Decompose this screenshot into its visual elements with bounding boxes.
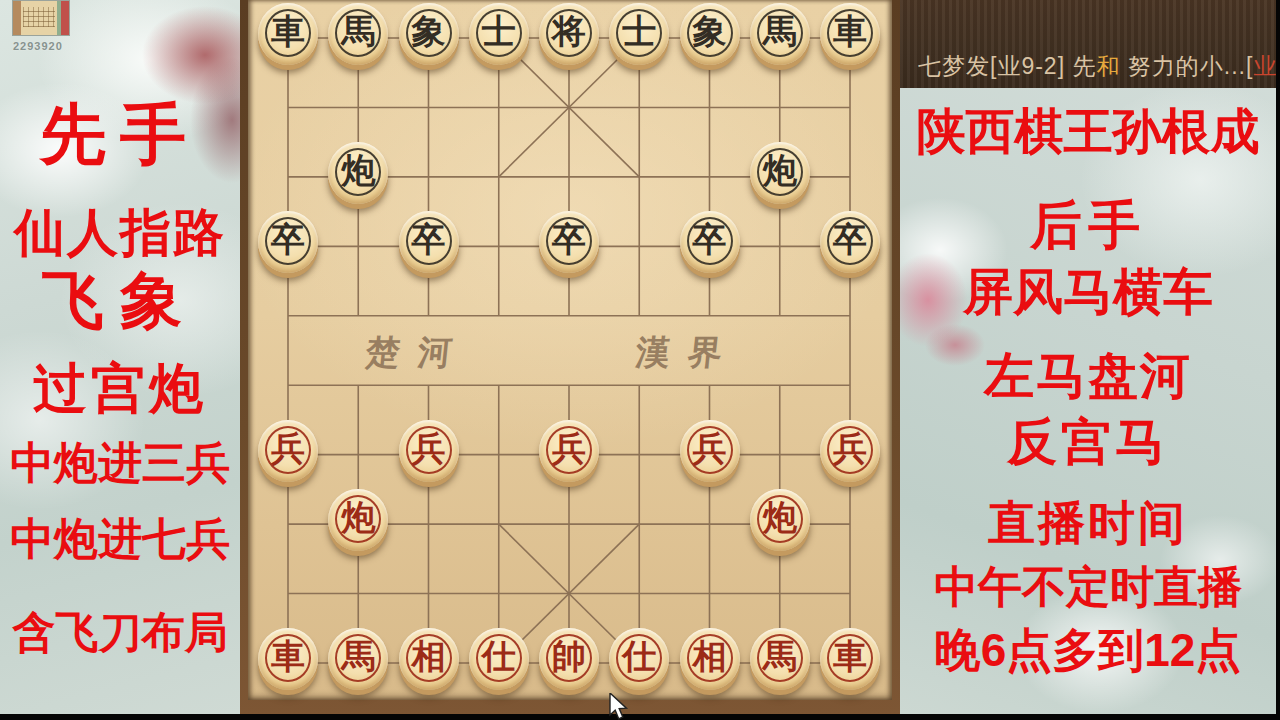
piece-black-soldier[interactable]: 卒 [258, 211, 318, 277]
piece-red-horse[interactable]: 馬 [328, 628, 388, 694]
letterbox-bottom [0, 714, 1280, 720]
piece-black-general[interactable]: 将 [539, 3, 599, 69]
piece-glyph: 馬 [750, 3, 810, 61]
piece-glyph: 車 [258, 628, 318, 686]
piece-glyph: 仕 [469, 628, 529, 686]
piece-red-elephant[interactable]: 相 [680, 628, 740, 694]
river-label-chu: 楚河 [364, 330, 473, 376]
piece-glyph: 帥 [539, 628, 599, 686]
thumbnail-mini-board [23, 7, 55, 27]
banner-part2: 努力的小...[ [1120, 53, 1253, 79]
piece-glyph: 相 [399, 628, 459, 686]
label-opponent-title: 陕西棋王孙根成 [900, 106, 1276, 157]
piece-glyph: 車 [258, 3, 318, 61]
piece-black-cannon[interactable]: 炮 [328, 142, 388, 208]
right-commentary-panel: 陕西棋王孙根成 后手 屏风马横车 左马盘河 反宫马 直播时间 中午不定时直播 晚… [900, 0, 1276, 714]
piece-black-horse[interactable]: 馬 [328, 3, 388, 69]
label-opening-2: 飞象 [0, 268, 240, 333]
board-grid [248, 0, 892, 700]
piece-glyph: 象 [399, 3, 459, 61]
piece-glyph: 車 [820, 628, 880, 686]
label-broadcast-noon: 中午不定时直播 [900, 564, 1276, 610]
piece-red-soldier[interactable]: 兵 [399, 420, 459, 486]
piece-glyph: 兵 [399, 420, 459, 478]
piece-black-elephant[interactable]: 象 [680, 3, 740, 69]
label-second-move: 后手 [900, 198, 1276, 253]
piece-glyph: 象 [680, 3, 740, 61]
room-id: 2293920 [13, 40, 63, 52]
piece-glyph: 炮 [750, 142, 810, 200]
piece-black-chariot[interactable]: 車 [820, 3, 880, 69]
piece-red-advisor[interactable]: 仕 [469, 628, 529, 694]
piece-glyph: 炮 [750, 489, 810, 547]
player-name-banner: 七梦发[业9-2] 先和 努力的小...[业 [900, 0, 1280, 88]
left-commentary-panel: 2293920 先手 仙人指路 飞象 过宫炮 中炮进三兵 中炮进七兵 含飞刀布局 [0, 0, 240, 714]
banner-part3: 业 [1253, 53, 1277, 79]
river-label-han: 漢界 [634, 330, 743, 376]
label-defense-1: 屏风马横车 [900, 266, 1276, 319]
piece-red-chariot[interactable]: 車 [258, 628, 318, 694]
banner-part1: 七梦发[业9-2] 先 [918, 53, 1096, 79]
stream-thumbnail [12, 0, 70, 36]
label-first-move: 先手 [0, 100, 240, 169]
piece-glyph: 卒 [399, 211, 459, 269]
piece-glyph: 士 [469, 3, 529, 61]
label-opening-5: 中炮进七兵 [0, 516, 240, 562]
board-surface[interactable]: 楚河 漢界 車馬象士将士象馬車炮炮卒卒卒卒卒兵兵兵兵兵炮炮車馬相仕帥仕相馬車 [248, 0, 892, 700]
piece-black-horse[interactable]: 馬 [750, 3, 810, 69]
piece-glyph: 馬 [328, 628, 388, 686]
label-broadcast-title: 直播时间 [900, 498, 1276, 547]
xiangqi-board[interactable]: 楚河 漢界 車馬象士将士象馬車炮炮卒卒卒卒卒兵兵兵兵兵炮炮車馬相仕帥仕相馬車 [240, 0, 900, 714]
piece-glyph: 相 [680, 628, 740, 686]
piece-glyph: 兵 [258, 420, 318, 478]
piece-red-cannon[interactable]: 炮 [750, 489, 810, 555]
piece-red-soldier[interactable]: 兵 [680, 420, 740, 486]
piece-black-soldier[interactable]: 卒 [399, 211, 459, 277]
label-defense-3: 反宫马 [900, 416, 1276, 469]
piece-black-chariot[interactable]: 車 [258, 3, 318, 69]
piece-glyph: 兵 [539, 420, 599, 478]
label-opening-3: 过宫炮 [0, 360, 240, 417]
piece-black-elephant[interactable]: 象 [399, 3, 459, 69]
label-opening-6: 含飞刀布局 [0, 610, 240, 655]
piece-glyph: 卒 [258, 211, 318, 269]
piece-black-soldier[interactable]: 卒 [820, 211, 880, 277]
label-defense-2: 左马盘河 [900, 350, 1276, 403]
piece-black-cannon[interactable]: 炮 [750, 142, 810, 208]
piece-red-cannon[interactable]: 炮 [328, 489, 388, 555]
piece-red-soldier[interactable]: 兵 [539, 420, 599, 486]
piece-black-soldier[interactable]: 卒 [680, 211, 740, 277]
piece-glyph: 車 [820, 3, 880, 61]
piece-red-general[interactable]: 帥 [539, 628, 599, 694]
piece-black-advisor[interactable]: 士 [609, 3, 669, 69]
piece-glyph: 馬 [750, 628, 810, 686]
piece-red-soldier[interactable]: 兵 [258, 420, 318, 486]
player-name-text: 七梦发[业9-2] 先和 努力的小...[业 [918, 51, 1277, 82]
piece-glyph: 炮 [328, 142, 388, 200]
piece-red-chariot[interactable]: 車 [820, 628, 880, 694]
piece-glyph: 卒 [820, 211, 880, 269]
piece-glyph: 兵 [820, 420, 880, 478]
piece-glyph: 士 [609, 3, 669, 61]
piece-glyph: 卒 [539, 211, 599, 269]
label-opening-4: 中炮进三兵 [0, 440, 240, 486]
piece-red-elephant[interactable]: 相 [399, 628, 459, 694]
piece-red-advisor[interactable]: 仕 [609, 628, 669, 694]
piece-red-soldier[interactable]: 兵 [820, 420, 880, 486]
piece-glyph: 馬 [328, 3, 388, 61]
piece-red-horse[interactable]: 馬 [750, 628, 810, 694]
label-broadcast-evening: 晚6点多到12点 [900, 626, 1276, 674]
piece-glyph: 仕 [609, 628, 669, 686]
piece-glyph: 卒 [680, 211, 740, 269]
piece-black-soldier[interactable]: 卒 [539, 211, 599, 277]
letterbox-right [1276, 0, 1280, 714]
piece-black-advisor[interactable]: 士 [469, 3, 529, 69]
label-opening-1: 仙人指路 [0, 206, 240, 260]
piece-glyph: 炮 [328, 489, 388, 547]
piece-glyph: 将 [539, 3, 599, 61]
stream-screen: 2293920 先手 仙人指路 飞象 过宫炮 中炮进三兵 中炮进七兵 含飞刀布局 [0, 0, 1280, 720]
piece-glyph: 兵 [680, 420, 740, 478]
banner-gold: 和 [1096, 53, 1120, 79]
mouse-cursor [608, 693, 630, 720]
